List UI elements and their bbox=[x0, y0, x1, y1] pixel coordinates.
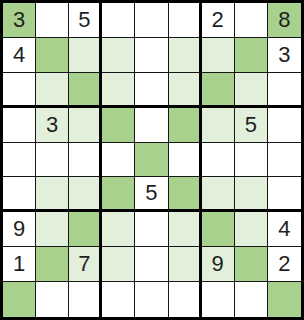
cell-r5c1[interactable] bbox=[3, 143, 36, 178]
cell-r7c7[interactable] bbox=[202, 212, 235, 247]
cell-r1c4[interactable] bbox=[102, 3, 135, 38]
cell-r7c9[interactable]: 4 bbox=[268, 212, 301, 247]
cell-r9c7[interactable] bbox=[202, 282, 235, 317]
cell-r2c2[interactable] bbox=[36, 38, 69, 73]
cell-r5c2[interactable] bbox=[36, 143, 69, 178]
cell-r8c4[interactable] bbox=[102, 247, 135, 282]
cell-r3c5[interactable] bbox=[135, 73, 168, 108]
cell-r8c7[interactable]: 9 bbox=[202, 247, 235, 282]
cell-r2c9[interactable]: 3 bbox=[268, 38, 301, 73]
cell-r3c9[interactable] bbox=[268, 73, 301, 108]
cell-r1c5[interactable] bbox=[135, 3, 168, 38]
cell-r1c7[interactable]: 2 bbox=[202, 3, 235, 38]
cell-r5c7[interactable] bbox=[202, 143, 235, 178]
cell-r6c8[interactable] bbox=[235, 177, 268, 212]
cell-r4c1[interactable] bbox=[3, 108, 36, 143]
cell-r2c1[interactable]: 4 bbox=[3, 38, 36, 73]
cell-r9c1[interactable] bbox=[3, 282, 36, 317]
cell-r3c8[interactable] bbox=[235, 73, 268, 108]
cell-r4c4[interactable] bbox=[102, 108, 135, 143]
cell-r8c2[interactable] bbox=[36, 247, 69, 282]
cell-r5c9[interactable] bbox=[268, 143, 301, 178]
cell-r9c8[interactable] bbox=[235, 282, 268, 317]
cell-r7c6[interactable] bbox=[169, 212, 202, 247]
cell-r3c7[interactable] bbox=[202, 73, 235, 108]
cell-r7c8[interactable] bbox=[235, 212, 268, 247]
sudoku-board: 352843355941792 bbox=[0, 0, 304, 320]
cell-r2c7[interactable] bbox=[202, 38, 235, 73]
cell-r6c1[interactable] bbox=[3, 177, 36, 212]
cell-r5c4[interactable] bbox=[102, 143, 135, 178]
cell-r6c3[interactable] bbox=[69, 177, 102, 212]
cell-r7c2[interactable] bbox=[36, 212, 69, 247]
cell-r4c9[interactable] bbox=[268, 108, 301, 143]
cell-r1c1[interactable]: 3 bbox=[3, 3, 36, 38]
cell-r8c3[interactable]: 7 bbox=[69, 247, 102, 282]
cell-r8c5[interactable] bbox=[135, 247, 168, 282]
cell-r1c6[interactable] bbox=[169, 3, 202, 38]
cell-r9c2[interactable] bbox=[36, 282, 69, 317]
cell-r6c2[interactable] bbox=[36, 177, 69, 212]
cell-r3c2[interactable] bbox=[36, 73, 69, 108]
cell-r4c6[interactable] bbox=[169, 108, 202, 143]
cell-r3c1[interactable] bbox=[3, 73, 36, 108]
cell-r6c6[interactable] bbox=[169, 177, 202, 212]
cell-r4c7[interactable] bbox=[202, 108, 235, 143]
cell-r8c8[interactable] bbox=[235, 247, 268, 282]
cell-r3c4[interactable] bbox=[102, 73, 135, 108]
cell-r6c7[interactable] bbox=[202, 177, 235, 212]
cell-r1c2[interactable] bbox=[36, 3, 69, 38]
cell-r4c2[interactable]: 3 bbox=[36, 108, 69, 143]
cell-r9c3[interactable] bbox=[69, 282, 102, 317]
cell-r9c6[interactable] bbox=[169, 282, 202, 317]
cell-r2c6[interactable] bbox=[169, 38, 202, 73]
cell-r9c5[interactable] bbox=[135, 282, 168, 317]
cell-r6c4[interactable] bbox=[102, 177, 135, 212]
cell-r2c3[interactable] bbox=[69, 38, 102, 73]
cell-r8c9[interactable]: 2 bbox=[268, 247, 301, 282]
cell-r3c6[interactable] bbox=[169, 73, 202, 108]
cell-r8c6[interactable] bbox=[169, 247, 202, 282]
cell-r4c5[interactable] bbox=[135, 108, 168, 143]
cell-r3c3[interactable] bbox=[69, 73, 102, 108]
cell-r9c4[interactable] bbox=[102, 282, 135, 317]
cell-r8c1[interactable]: 1 bbox=[3, 247, 36, 282]
cell-r5c6[interactable] bbox=[169, 143, 202, 178]
cell-r1c9[interactable]: 8 bbox=[268, 3, 301, 38]
cell-r9c9[interactable] bbox=[268, 282, 301, 317]
cell-r2c4[interactable] bbox=[102, 38, 135, 73]
cell-r6c5[interactable]: 5 bbox=[135, 177, 168, 212]
cell-r5c5[interactable] bbox=[135, 143, 168, 178]
cell-r2c5[interactable] bbox=[135, 38, 168, 73]
cell-r7c1[interactable]: 9 bbox=[3, 212, 36, 247]
cell-r6c9[interactable] bbox=[268, 177, 301, 212]
cell-r7c5[interactable] bbox=[135, 212, 168, 247]
cell-r4c8[interactable]: 5 bbox=[235, 108, 268, 143]
cell-r7c3[interactable] bbox=[69, 212, 102, 247]
cell-r7c4[interactable] bbox=[102, 212, 135, 247]
cell-r2c8[interactable] bbox=[235, 38, 268, 73]
cell-r5c8[interactable] bbox=[235, 143, 268, 178]
cell-r4c3[interactable] bbox=[69, 108, 102, 143]
cell-r5c3[interactable] bbox=[69, 143, 102, 178]
cell-r1c8[interactable] bbox=[235, 3, 268, 38]
cell-r1c3[interactable]: 5 bbox=[69, 3, 102, 38]
